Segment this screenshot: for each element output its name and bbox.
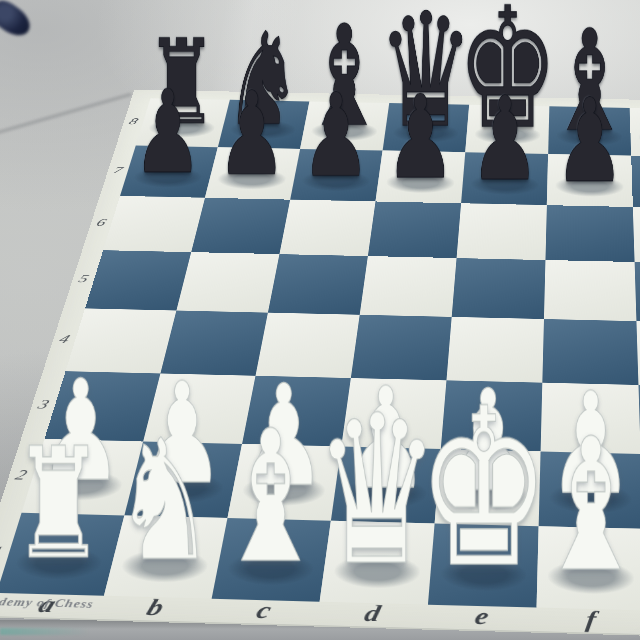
square-f5[interactable] (544, 260, 636, 321)
black-pawn-c7[interactable]: ♟ (301, 90, 371, 182)
black-pawn-e7[interactable]: ♟ (470, 93, 540, 185)
piece-stand: ♝ (212, 518, 331, 602)
piece-stand: ♟ (205, 147, 300, 199)
photo-scene: 87654321 ♜♞♝♛♚♝♞♜♟♟♟♟♟♟♟♟♟♟♟♟♟♟♟♟♜♞♝♛♚♝♞… (0, 0, 640, 640)
square-f6[interactable] (545, 205, 634, 262)
white-king-e1[interactable]: ♚ (417, 402, 550, 576)
square-g5[interactable] (635, 262, 640, 323)
chess-mat: 87654321 ♜♞♝♛♚♝♞♜♟♟♟♟♟♟♟♟♟♟♟♟♟♟♟♟♜♞♝♛♚♝♞… (0, 90, 640, 640)
square-d6[interactable] (368, 201, 461, 258)
piece-stand: ♚ (428, 524, 539, 608)
square-d7[interactable]: ♟ (376, 151, 466, 204)
square-e1[interactable]: ♚ (428, 524, 539, 608)
white-bishop-c1[interactable]: ♝ (215, 424, 326, 570)
piece-stand: ♟ (461, 152, 548, 205)
file-label-a: a (0, 591, 106, 619)
square-d5[interactable] (360, 256, 457, 317)
file-label-c: c (205, 597, 321, 625)
file-label-d: d (315, 600, 430, 628)
square-c5[interactable] (268, 254, 368, 315)
square-b1[interactable]: ♞ (104, 515, 228, 598)
piece-stand: ♟ (631, 156, 640, 209)
chess-board: ♜♞♝♛♚♝♞♜♟♟♟♟♟♟♟♟♟♟♟♟♟♟♟♟♜♞♝♛♚♝♞♜ (0, 98, 640, 616)
square-f1[interactable]: ♝ (537, 526, 640, 610)
square-f7[interactable]: ♟ (547, 154, 633, 207)
file-label-b: b (96, 594, 213, 622)
file-label-e: e (424, 603, 538, 631)
piece-stand: ♟ (547, 154, 633, 207)
square-c6[interactable] (279, 200, 375, 256)
piece-stand: ♝ (537, 526, 640, 610)
black-pawn-f7[interactable]: ♟ (554, 95, 625, 188)
square-g6[interactable] (633, 207, 640, 264)
square-e7[interactable]: ♟ (461, 152, 548, 205)
square-b7[interactable]: ♟ (205, 147, 300, 199)
square-e5[interactable] (452, 258, 546, 319)
square-e6[interactable] (457, 203, 547, 260)
piece-stand: ♟ (290, 149, 382, 202)
board-perspective-wrap: 87654321 ♜♞♝♛♚♝♞♜♟♟♟♟♟♟♟♟♟♟♟♟♟♟♟♟♜♞♝♛♚♝♞… (0, 90, 640, 640)
file-label-f: f (534, 606, 640, 634)
black-pawn-b7[interactable]: ♟ (217, 88, 287, 180)
wall-floor-boundary (0, 93, 132, 134)
square-g7[interactable]: ♟ (631, 156, 640, 209)
piece-stand: ♞ (104, 515, 228, 598)
square-b5[interactable] (176, 252, 279, 313)
square-c1[interactable]: ♝ (212, 518, 331, 602)
piece-stand: ♟ (376, 151, 466, 204)
reflection-artifact (0, 628, 90, 635)
black-pawn-d7[interactable]: ♟ (385, 91, 455, 183)
white-knight-b1[interactable]: ♞ (114, 434, 216, 567)
square-b6[interactable] (191, 198, 290, 254)
square-c7[interactable]: ♟ (290, 149, 382, 202)
white-bishop-f1[interactable]: ♝ (535, 432, 640, 579)
unidentified-dark-object (0, 0, 36, 42)
